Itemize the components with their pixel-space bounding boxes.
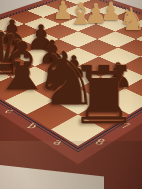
floor-strip — [0, 163, 104, 189]
file-label-a: a — [51, 137, 63, 147]
rank-label-7: 7 — [119, 121, 129, 130]
rank-label-8: 8 — [93, 137, 104, 147]
chess-board: abc87 — [0, 0, 142, 164]
file-label-b: b — [25, 121, 37, 130]
chessboard-photo: abc87 ♜♞♝♛♟♟♟♟♟♟♝♟♟♞ — [0, 0, 142, 189]
file-label-c: c — [3, 107, 14, 115]
